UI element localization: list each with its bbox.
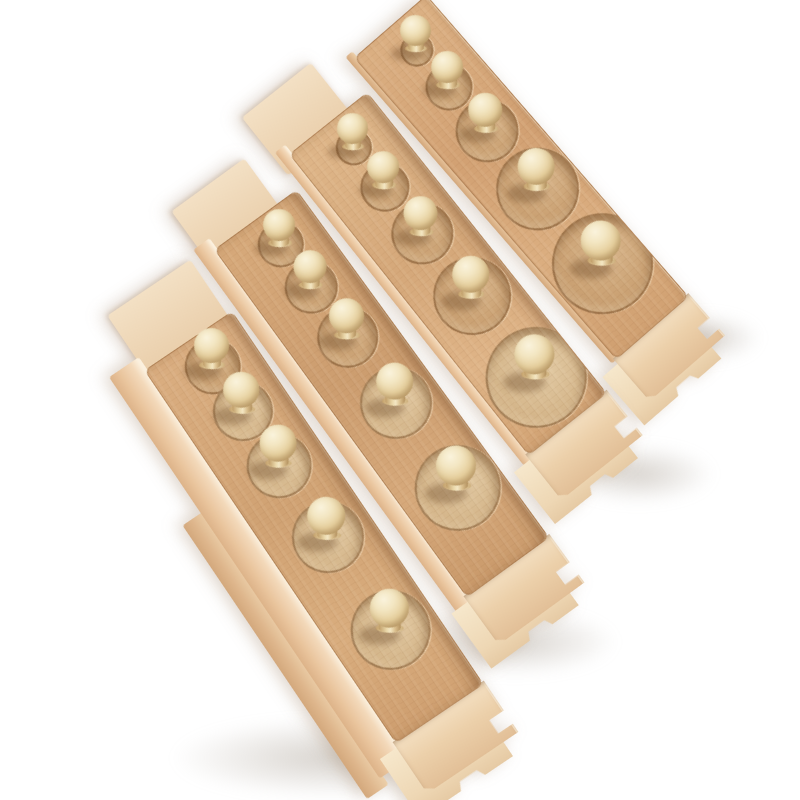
knob-ball (367, 151, 399, 183)
knob-ball (259, 425, 296, 462)
knob-ball (514, 334, 554, 374)
knob-ball (436, 445, 476, 485)
knob-ball (431, 51, 463, 83)
knob-ball (517, 148, 554, 185)
knob-ball (581, 220, 621, 260)
knob-ball (194, 328, 229, 363)
knob-ball (400, 15, 431, 46)
knob-ball (337, 113, 368, 144)
knob-ball (307, 496, 345, 534)
knob-ball (293, 250, 326, 283)
knob-ball (403, 196, 437, 230)
knob-ball (369, 588, 408, 627)
knob-ball (468, 93, 502, 127)
knob-ball (263, 209, 295, 241)
knob-ball (329, 298, 364, 333)
knob-ball (223, 372, 259, 408)
product-photo-montessori-cylinder-blocks (0, 0, 800, 800)
knob-ball (452, 256, 489, 293)
knob-ball (376, 363, 413, 400)
